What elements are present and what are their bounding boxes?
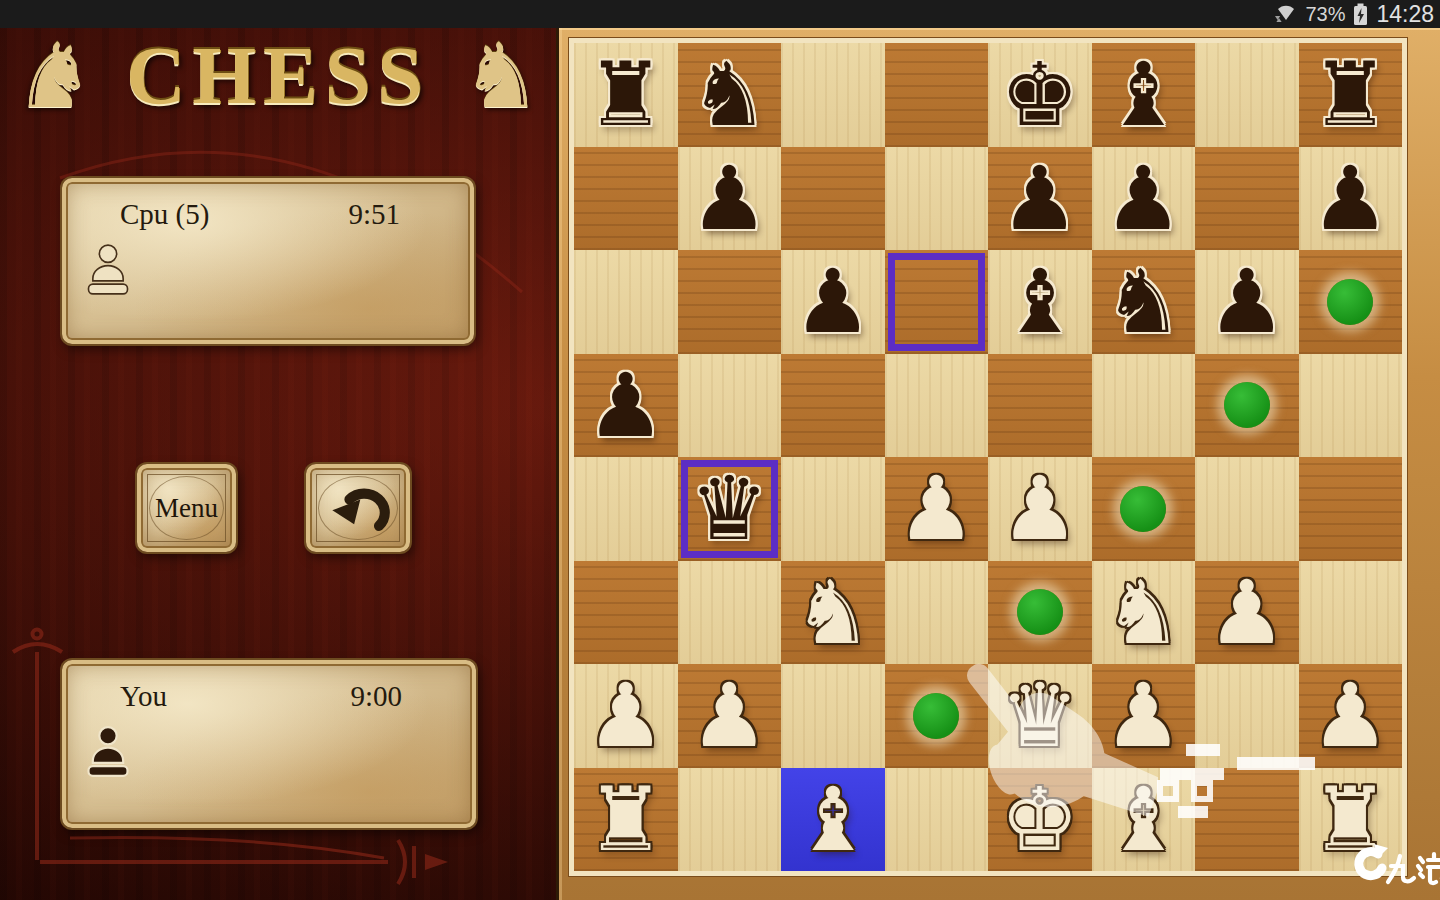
- square-e3[interactable]: [988, 561, 1092, 665]
- white-king-e1[interactable]: ♚: [988, 768, 1092, 872]
- white-queen-e2[interactable]: ♛: [988, 664, 1092, 768]
- square-d8[interactable]: [885, 43, 989, 147]
- square-e6[interactable]: ♝: [988, 250, 1092, 354]
- battery-percent: 73%: [1305, 0, 1345, 28]
- legal-move-dot-h6[interactable]: [1327, 279, 1373, 325]
- menu-button[interactable]: Menu: [137, 464, 236, 552]
- black-pawn-c6[interactable]: ♟: [781, 250, 885, 354]
- app-screen: { "status_bar": { "battery_percent": "73…: [0, 0, 1440, 900]
- user-panel: You 9:00: [62, 660, 476, 828]
- square-e2[interactable]: ♛: [988, 664, 1092, 768]
- white-rook-a1[interactable]: ♜: [574, 768, 678, 872]
- square-f3[interactable]: ♞: [1092, 561, 1196, 665]
- square-f4[interactable]: [1092, 457, 1196, 561]
- square-f7[interactable]: ♟: [1092, 147, 1196, 251]
- opponent-panel: Cpu (5) 9:51: [62, 178, 474, 344]
- user-clock: 9:00: [350, 680, 402, 713]
- black-rook-a8[interactable]: ♜: [574, 43, 678, 147]
- square-b2[interactable]: ♟: [678, 664, 782, 768]
- square-e5[interactable]: [988, 354, 1092, 458]
- black-bishop-f8[interactable]: ♝: [1092, 43, 1196, 147]
- black-pawn-b7[interactable]: ♟: [678, 147, 782, 251]
- undo-button[interactable]: [306, 464, 410, 552]
- square-f1[interactable]: ♝: [1092, 768, 1196, 872]
- square-h8[interactable]: ♜: [1299, 43, 1403, 147]
- light-player-pawn-icon: [86, 244, 130, 296]
- square-a6[interactable]: [574, 250, 678, 354]
- wifi-icon: [1272, 2, 1298, 26]
- square-c3[interactable]: ♞: [781, 561, 885, 665]
- square-h5[interactable]: [1299, 354, 1403, 458]
- opponent-panel-row: Cpu (5) 9:51: [66, 182, 470, 231]
- square-g2[interactable]: [1195, 664, 1299, 768]
- black-pawn-f7[interactable]: ♟: [1092, 147, 1196, 251]
- square-g7[interactable]: [1195, 147, 1299, 251]
- square-b7[interactable]: ♟: [678, 147, 782, 251]
- white-pawn-a2[interactable]: ♟: [574, 664, 678, 768]
- user-panel-row: You 9:00: [66, 664, 472, 713]
- square-e8[interactable]: ♚: [988, 43, 1092, 147]
- black-rook-h8[interactable]: ♜: [1299, 43, 1403, 147]
- square-d5[interactable]: [885, 354, 989, 458]
- square-c7[interactable]: [781, 147, 885, 251]
- black-queen-b4[interactable]: ♛: [678, 457, 782, 561]
- black-pawn-g6[interactable]: ♟: [1195, 250, 1299, 354]
- square-a3[interactable]: [574, 561, 678, 665]
- square-b1[interactable]: [678, 768, 782, 872]
- square-h6[interactable]: [1299, 250, 1403, 354]
- white-pawn-f2[interactable]: ♟: [1092, 664, 1196, 768]
- board-frame: ♜♞♚♝♜♟♟♟♟♟♝♞♟♟♛♟♟♞♞♟♟♟♛♟♟♜♝♚♝♜: [556, 28, 1440, 900]
- square-a1[interactable]: ♜: [574, 768, 678, 872]
- black-pawn-h7[interactable]: ♟: [1299, 147, 1403, 251]
- square-f5[interactable]: [1092, 354, 1196, 458]
- user-name: You: [120, 680, 167, 713]
- square-f8[interactable]: ♝: [1092, 43, 1196, 147]
- square-e4[interactable]: ♟: [988, 457, 1092, 561]
- white-pawn-e4[interactable]: ♟: [988, 457, 1092, 561]
- square-d1[interactable]: [885, 768, 989, 872]
- square-h7[interactable]: ♟: [1299, 147, 1403, 251]
- knight-bust-icon-left: ♞: [14, 28, 95, 124]
- white-pawn-b2[interactable]: ♟: [678, 664, 782, 768]
- opponent-name: Cpu (5): [120, 198, 209, 231]
- square-b3[interactable]: [678, 561, 782, 665]
- square-g1[interactable]: [1195, 768, 1299, 872]
- black-pawn-e7[interactable]: ♟: [988, 147, 1092, 251]
- square-c4[interactable]: [781, 457, 885, 561]
- square-c6[interactable]: ♟: [781, 250, 885, 354]
- black-pawn-a5[interactable]: ♟: [574, 354, 678, 458]
- square-b5[interactable]: [678, 354, 782, 458]
- black-knight-b8[interactable]: ♞: [678, 43, 782, 147]
- square-c5[interactable]: [781, 354, 885, 458]
- white-rook-h1[interactable]: ♜: [1299, 768, 1403, 872]
- square-d3[interactable]: [885, 561, 989, 665]
- square-g6[interactable]: ♟: [1195, 250, 1299, 354]
- undo-arrow-icon: [323, 479, 393, 537]
- dark-player-pawn-icon: [86, 726, 130, 778]
- black-knight-f6[interactable]: ♞: [1092, 250, 1196, 354]
- legal-move-dot-g5[interactable]: [1224, 382, 1270, 428]
- white-pawn-g3[interactable]: ♟: [1195, 561, 1299, 665]
- battery-charging-icon: [1352, 2, 1369, 26]
- legal-move-dot-f4[interactable]: [1120, 486, 1166, 532]
- square-e7[interactable]: ♟: [988, 147, 1092, 251]
- square-c8[interactable]: [781, 43, 885, 147]
- square-a8[interactable]: ♜: [574, 43, 678, 147]
- legal-move-dot-e3[interactable]: [1017, 589, 1063, 635]
- clock-time: 14:28: [1376, 0, 1434, 28]
- white-pawn-h2[interactable]: ♟: [1299, 664, 1403, 768]
- square-b4[interactable]: ♛: [678, 457, 782, 561]
- opponent-clock: 9:51: [348, 198, 400, 231]
- square-g5[interactable]: [1195, 354, 1299, 458]
- white-pawn-d4[interactable]: ♟: [885, 457, 989, 561]
- square-a2[interactable]: ♟: [574, 664, 678, 768]
- white-knight-c3[interactable]: ♞: [781, 561, 885, 665]
- app-header: ♞ CHESS ♞: [14, 26, 542, 126]
- square-d7[interactable]: [885, 147, 989, 251]
- black-bishop-e6[interactable]: ♝: [988, 250, 1092, 354]
- legal-move-dot-d2[interactable]: [913, 693, 959, 739]
- square-g8[interactable]: [1195, 43, 1299, 147]
- square-d6[interactable]: [885, 250, 989, 354]
- square-f6[interactable]: ♞: [1092, 250, 1196, 354]
- square-a4[interactable]: [574, 457, 678, 561]
- chess-board[interactable]: ♜♞♚♝♜♟♟♟♟♟♝♞♟♟♛♟♟♞♞♟♟♟♛♟♟♜♝♚♝♜: [569, 38, 1407, 876]
- square-g3[interactable]: ♟: [1195, 561, 1299, 665]
- square-b8[interactable]: ♞: [678, 43, 782, 147]
- square-a7[interactable]: [574, 147, 678, 251]
- square-h3[interactable]: [1299, 561, 1403, 665]
- status-bar: 73% 14:28: [0, 0, 1440, 28]
- square-g4[interactable]: [1195, 457, 1299, 561]
- menu-button-label: Menu: [155, 493, 218, 524]
- white-bishop-c1[interactable]: ♝: [781, 768, 885, 872]
- square-a5[interactable]: ♟: [574, 354, 678, 458]
- square-e1[interactable]: ♚: [988, 768, 1092, 872]
- square-b6[interactable]: [678, 250, 782, 354]
- square-h1[interactable]: ♜: [1299, 768, 1403, 872]
- square-h4[interactable]: [1299, 457, 1403, 561]
- white-knight-f3[interactable]: ♞: [1092, 561, 1196, 665]
- square-h2[interactable]: ♟: [1299, 664, 1403, 768]
- square-d2[interactable]: [885, 664, 989, 768]
- square-c2[interactable]: [781, 664, 885, 768]
- square-d4[interactable]: ♟: [885, 457, 989, 561]
- square-c1[interactable]: ♝: [781, 768, 885, 872]
- app-title: CHESS: [126, 29, 430, 123]
- square-f2[interactable]: ♟: [1092, 664, 1196, 768]
- knight-bust-icon-right: ♞: [461, 28, 542, 124]
- white-bishop-f1[interactable]: ♝: [1092, 768, 1196, 872]
- black-king-e8[interactable]: ♚: [988, 43, 1092, 147]
